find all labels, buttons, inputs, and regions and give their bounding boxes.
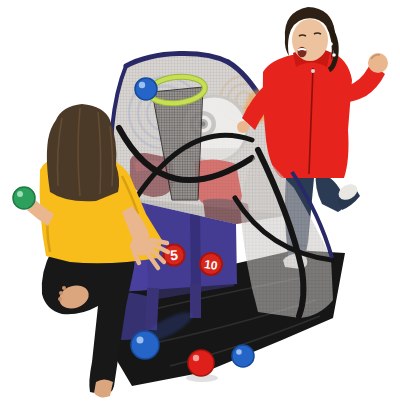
ball-green-held <box>13 187 35 209</box>
ball-blue-floor-left <box>131 331 159 359</box>
hand-reaching <box>237 121 249 133</box>
hair-tie-1 <box>329 42 333 46</box>
toe-1 <box>62 286 66 290</box>
toe-2 <box>59 291 63 295</box>
score-circle-10: 10 <box>200 253 222 275</box>
panel-fold-dark <box>190 214 201 286</box>
scene-canvas: 5 10 <box>0 0 400 406</box>
score-label-5: 5 <box>170 247 179 264</box>
bare-foot-standing <box>94 380 113 398</box>
score-circle-5: 5 <box>164 245 185 266</box>
red-jacket-torso <box>263 52 352 178</box>
ball-blue-top <box>135 78 157 100</box>
ball-blue-floor-right <box>232 345 254 367</box>
scene-photo: 5 10 <box>0 0 400 406</box>
hair-tie-2 <box>332 53 336 57</box>
tent-leg-right <box>190 284 201 318</box>
ball-red-floor <box>188 350 214 376</box>
fist-raised <box>368 53 388 73</box>
tent-leg-left <box>145 288 159 331</box>
zipper-pull <box>311 69 315 73</box>
score-label-10: 10 <box>203 257 218 273</box>
teeth <box>298 49 306 50</box>
toe-3 <box>58 297 62 301</box>
